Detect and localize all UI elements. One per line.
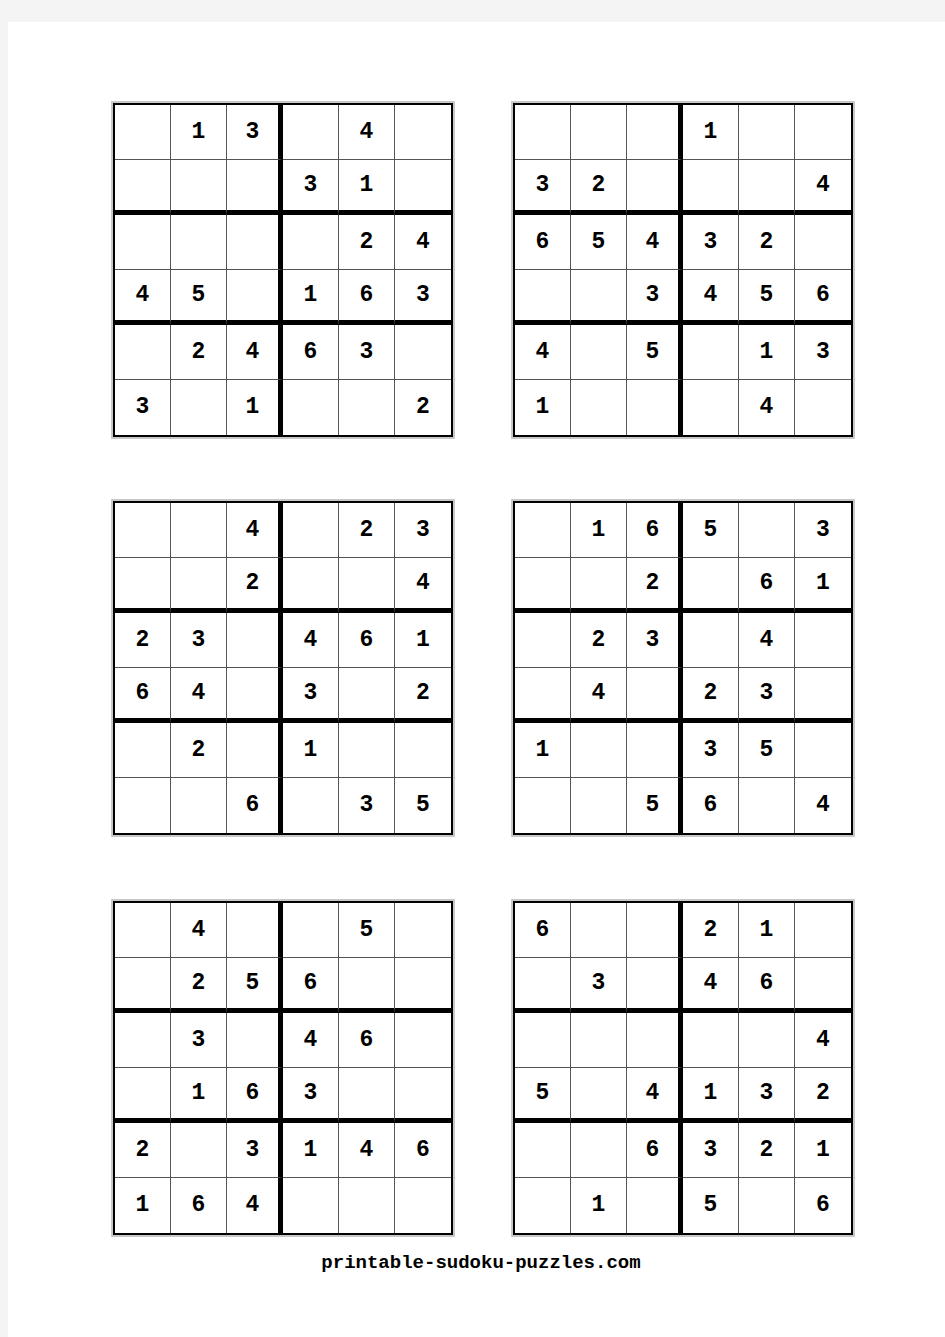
sudoku-cell-r1c2: 1 <box>171 105 227 160</box>
sudoku-cell-r4c3 <box>627 668 683 723</box>
sudoku-cell-r4c6 <box>795 668 851 723</box>
sudoku-cell-r4c5: 5 <box>739 270 795 325</box>
sudoku-cell-r4c6: 2 <box>395 668 451 723</box>
sudoku-cell-r4c4: 2 <box>683 668 739 723</box>
sudoku-cell-r3c3 <box>627 1013 683 1068</box>
sudoku-cell-r2c6 <box>395 160 451 215</box>
sudoku-cell-r2c5 <box>339 958 395 1013</box>
sudoku-cell-r1c6 <box>395 903 451 958</box>
sudoku-cell-r4c2: 5 <box>171 270 227 325</box>
sudoku-cell-r1c3: 4 <box>227 503 283 558</box>
sudoku-cell-r3c1: 2 <box>115 613 171 668</box>
sudoku-cell-r6c6: 2 <box>395 380 451 435</box>
sudoku-cell-r5c2: 2 <box>171 723 227 778</box>
sudoku-cell-r6c4 <box>283 380 339 435</box>
sudoku-board-6: 6213464541326321156 <box>513 901 853 1235</box>
sudoku-cell-r1c5: 1 <box>739 903 795 958</box>
sudoku-cell-r2c6 <box>395 958 451 1013</box>
sudoku-cell-r5c6: 3 <box>795 325 851 380</box>
sudoku-cell-r6c5 <box>739 778 795 833</box>
sudoku-cell-r4c4: 1 <box>283 270 339 325</box>
sudoku-cell-r4c4: 3 <box>283 1068 339 1123</box>
sudoku-cell-r1c2: 4 <box>171 903 227 958</box>
sudoku-cell-r5c6 <box>395 325 451 380</box>
sudoku-cell-r6c2 <box>171 778 227 833</box>
sudoku-cell-r4c6: 6 <box>795 270 851 325</box>
sudoku-cell-r2c3: 2 <box>227 558 283 613</box>
sudoku-cell-r2c3 <box>627 160 683 215</box>
sudoku-cell-r5c6: 6 <box>395 1123 451 1178</box>
sudoku-cell-r4c1: 4 <box>115 270 171 325</box>
sudoku-board-3: 4232423461643221635 <box>113 501 453 835</box>
sudoku-cell-r1c4: 2 <box>683 903 739 958</box>
sudoku-cell-r4c2 <box>571 1068 627 1123</box>
sudoku-cell-r4c5 <box>339 668 395 723</box>
sudoku-cell-r6c2: 1 <box>571 1178 627 1233</box>
sudoku-cell-r4c3: 4 <box>627 1068 683 1123</box>
sudoku-cell-r6c2 <box>571 778 627 833</box>
sudoku-cell-r5c1 <box>115 325 171 380</box>
sudoku-cell-r3c2: 3 <box>171 1013 227 1068</box>
sudoku-cell-r3c3: 3 <box>627 613 683 668</box>
sudoku-cell-r6c4 <box>283 778 339 833</box>
sudoku-cell-r6c6 <box>795 380 851 435</box>
sudoku-cell-r5c2 <box>171 1123 227 1178</box>
sudoku-cell-r5c1: 2 <box>115 1123 171 1178</box>
sudoku-cell-r6c1 <box>115 778 171 833</box>
sudoku-cell-r5c6 <box>795 723 851 778</box>
sudoku-cell-r6c2 <box>571 380 627 435</box>
sudoku-cell-r3c3 <box>227 215 283 270</box>
sudoku-cell-r1c1 <box>515 503 571 558</box>
sudoku-cell-r6c1: 1 <box>115 1178 171 1233</box>
sudoku-cell-r3c4 <box>683 613 739 668</box>
sudoku-cell-r5c3: 4 <box>227 325 283 380</box>
sudoku-cell-r3c5: 2 <box>339 215 395 270</box>
sudoku-cell-r6c6: 6 <box>795 1178 851 1233</box>
sudoku-cell-r3c1 <box>515 1013 571 1068</box>
sudoku-cell-r2c1 <box>115 558 171 613</box>
sudoku-cell-r3c5: 4 <box>739 613 795 668</box>
sudoku-cell-r4c1: 5 <box>515 1068 571 1123</box>
sudoku-cell-r3c3 <box>227 613 283 668</box>
sudoku-cell-r1c2 <box>571 903 627 958</box>
sudoku-cell-r4c4: 4 <box>683 270 739 325</box>
sudoku-cell-r3c2: 3 <box>171 613 227 668</box>
sudoku-cell-r6c4 <box>683 380 739 435</box>
sudoku-cell-r4c6 <box>395 1068 451 1123</box>
sudoku-cell-r2c1 <box>515 558 571 613</box>
sudoku-cell-r6c3: 4 <box>227 1178 283 1233</box>
sudoku-cell-r1c5: 5 <box>339 903 395 958</box>
sudoku-cell-r5c2 <box>571 1123 627 1178</box>
sudoku-cell-r4c5: 3 <box>739 1068 795 1123</box>
sudoku-cell-r2c5 <box>339 558 395 613</box>
sudoku-cell-r1c3 <box>227 903 283 958</box>
sudoku-cell-r2c2: 3 <box>571 958 627 1013</box>
sudoku-cell-r6c1 <box>515 1178 571 1233</box>
sudoku-cell-r3c4: 4 <box>283 1013 339 1068</box>
sudoku-cell-r5c5: 3 <box>339 325 395 380</box>
sudoku-cell-r5c6: 1 <box>795 1123 851 1178</box>
sudoku-cell-r1c3 <box>627 105 683 160</box>
sudoku-cell-r1c2 <box>571 105 627 160</box>
sudoku-cell-r2c4: 6 <box>283 958 339 1013</box>
sudoku-cell-r2c4 <box>683 558 739 613</box>
sudoku-cell-r1c5: 2 <box>339 503 395 558</box>
sudoku-cell-r5c5: 1 <box>739 325 795 380</box>
sudoku-cell-r2c1 <box>115 160 171 215</box>
sudoku-cell-r1c1 <box>115 105 171 160</box>
sudoku-cell-r6c3: 5 <box>627 778 683 833</box>
sudoku-cell-r4c6: 3 <box>395 270 451 325</box>
sudoku-cell-r2c1 <box>515 958 571 1013</box>
sudoku-cell-r1c6: 3 <box>395 503 451 558</box>
sudoku-cell-r5c3 <box>227 723 283 778</box>
sudoku-cell-r2c4: 4 <box>683 958 739 1013</box>
sudoku-cell-r6c5 <box>739 1178 795 1233</box>
sudoku-cell-r4c5: 3 <box>739 668 795 723</box>
sudoku-cell-r2c4 <box>683 160 739 215</box>
sudoku-cell-r3c4 <box>683 1013 739 1068</box>
sudoku-cell-r5c1: 4 <box>515 325 571 380</box>
sudoku-cell-r2c4 <box>283 558 339 613</box>
sudoku-cell-r5c3: 6 <box>627 1123 683 1178</box>
sudoku-board-4: 1653261234423135564 <box>513 501 853 835</box>
sudoku-cell-r2c6: 4 <box>395 558 451 613</box>
sudoku-cell-r6c3: 1 <box>227 380 283 435</box>
sudoku-cell-r5c4: 6 <box>283 325 339 380</box>
sudoku-cell-r2c1: 3 <box>515 160 571 215</box>
sudoku-cell-r2c5: 1 <box>339 160 395 215</box>
sudoku-cell-r3c6 <box>795 613 851 668</box>
sudoku-cell-r1c2: 1 <box>571 503 627 558</box>
sudoku-cell-r2c5 <box>739 160 795 215</box>
sudoku-cell-r1c5 <box>739 105 795 160</box>
sudoku-cell-r2c3 <box>227 160 283 215</box>
sudoku-cell-r3c1 <box>115 215 171 270</box>
sudoku-cell-r6c5: 4 <box>739 380 795 435</box>
sudoku-cell-r3c2 <box>571 1013 627 1068</box>
sudoku-cell-r2c2: 2 <box>571 160 627 215</box>
sudoku-cell-r5c4: 3 <box>683 723 739 778</box>
sudoku-cell-r6c6: 4 <box>795 778 851 833</box>
sudoku-cell-r1c3 <box>627 903 683 958</box>
sudoku-cell-r2c1 <box>115 958 171 1013</box>
sudoku-cell-r3c4: 3 <box>683 215 739 270</box>
sudoku-cell-r1c4 <box>283 503 339 558</box>
sudoku-cell-r5c3: 3 <box>227 1123 283 1178</box>
sudoku-cell-r1c1 <box>115 503 171 558</box>
sudoku-cell-r4c2: 4 <box>571 668 627 723</box>
sudoku-cell-r1c6 <box>395 105 451 160</box>
sudoku-cell-r2c3: 5 <box>227 958 283 1013</box>
site-watermark: printable-sudoku-puzzles.com <box>113 1252 849 1274</box>
sudoku-cell-r1c1 <box>515 105 571 160</box>
sudoku-cell-r6c5 <box>339 380 395 435</box>
sudoku-cell-r1c5: 4 <box>339 105 395 160</box>
sudoku-cell-r6c4: 5 <box>683 1178 739 1233</box>
sudoku-cell-r1c6 <box>795 903 851 958</box>
sudoku-cell-r6c2: 6 <box>171 1178 227 1233</box>
printable-sudoku-sheet: { "game": "sudoku", "variant": "6x6 with… <box>0 0 945 1337</box>
sudoku-cell-r2c5: 6 <box>739 558 795 613</box>
sudoku-board-5: 4525634616323146164 <box>113 901 453 1235</box>
sudoku-cell-r3c5: 6 <box>339 1013 395 1068</box>
sudoku-cell-r4c5: 6 <box>339 270 395 325</box>
sudoku-cell-r6c5: 3 <box>339 778 395 833</box>
sudoku-cell-r5c4 <box>683 325 739 380</box>
sudoku-cell-r4c4: 1 <box>683 1068 739 1123</box>
sudoku-cell-r2c5: 6 <box>739 958 795 1013</box>
sudoku-cell-r5c4: 3 <box>683 1123 739 1178</box>
sudoku-cell-r4c3: 3 <box>627 270 683 325</box>
sudoku-cell-r4c2: 4 <box>171 668 227 723</box>
sudoku-cell-r1c3: 6 <box>627 503 683 558</box>
sudoku-cell-r3c4 <box>283 215 339 270</box>
sudoku-cell-r2c6: 1 <box>795 558 851 613</box>
sudoku-cell-r6c3: 6 <box>227 778 283 833</box>
sudoku-cell-r2c3 <box>627 958 683 1013</box>
sudoku-cell-r6c4: 6 <box>683 778 739 833</box>
sudoku-cell-r2c6 <box>795 958 851 1013</box>
sudoku-cell-r5c5: 2 <box>739 1123 795 1178</box>
sudoku-cell-r6c3 <box>627 1178 683 1233</box>
sudoku-cell-r2c2 <box>571 558 627 613</box>
sudoku-cell-r3c4: 4 <box>283 613 339 668</box>
sudoku-cell-r2c2: 2 <box>171 958 227 1013</box>
sudoku-cell-r6c1: 1 <box>515 380 571 435</box>
sudoku-cell-r3c1 <box>115 1013 171 1068</box>
sudoku-cell-r3c2: 5 <box>571 215 627 270</box>
sudoku-cell-r5c3: 5 <box>627 325 683 380</box>
sudoku-cell-r1c6: 3 <box>795 503 851 558</box>
sudoku-cell-r5c1: 1 <box>515 723 571 778</box>
sudoku-cell-r6c1 <box>515 778 571 833</box>
sudoku-cell-r1c4: 5 <box>683 503 739 558</box>
sudoku-cell-r3c6 <box>395 1013 451 1068</box>
sudoku-cell-r3c3: 4 <box>627 215 683 270</box>
sudoku-cell-r3c5: 2 <box>739 215 795 270</box>
sudoku-cell-r4c1 <box>515 668 571 723</box>
sudoku-cell-r1c1 <box>115 903 171 958</box>
sudoku-cell-r3c3 <box>227 1013 283 1068</box>
sudoku-cell-r3c2 <box>171 215 227 270</box>
sudoku-cell-r4c2 <box>571 270 627 325</box>
sudoku-cell-r2c2 <box>171 558 227 613</box>
sudoku-cell-r5c2 <box>571 325 627 380</box>
sudoku-cell-r1c5 <box>739 503 795 558</box>
sudoku-cell-r4c1 <box>115 1068 171 1123</box>
sudoku-cell-r6c5 <box>339 1178 395 1233</box>
sudoku-board-2: 1324654323456451314 <box>513 103 853 437</box>
sudoku-cell-r5c3 <box>627 723 683 778</box>
sudoku-cell-r3c2: 2 <box>571 613 627 668</box>
sudoku-cell-r6c4 <box>283 1178 339 1233</box>
paper-page: 1343124451632463312 1324654323456451314 … <box>8 22 945 1337</box>
sudoku-cell-r3c5: 6 <box>339 613 395 668</box>
sudoku-cell-r2c3: 2 <box>627 558 683 613</box>
sudoku-cell-r5c2: 2 <box>171 325 227 380</box>
sudoku-cell-r5c5: 4 <box>339 1123 395 1178</box>
sudoku-cell-r5c5: 5 <box>739 723 795 778</box>
sudoku-cell-r5c6 <box>395 723 451 778</box>
sudoku-cell-r5c1 <box>515 1123 571 1178</box>
sudoku-cell-r6c1: 3 <box>115 380 171 435</box>
sudoku-cell-r3c1: 6 <box>515 215 571 270</box>
sudoku-cell-r1c2 <box>171 503 227 558</box>
sudoku-cell-r3c6: 4 <box>395 215 451 270</box>
sudoku-cell-r6c3 <box>627 380 683 435</box>
sudoku-cell-r6c2 <box>171 380 227 435</box>
sudoku-cell-r4c1: 6 <box>115 668 171 723</box>
sudoku-cell-r4c2: 1 <box>171 1068 227 1123</box>
sudoku-cell-r2c6: 4 <box>795 160 851 215</box>
sudoku-cell-r4c4: 3 <box>283 668 339 723</box>
sudoku-cell-r4c3 <box>227 668 283 723</box>
sudoku-cell-r3c5 <box>739 1013 795 1068</box>
sudoku-cell-r4c3: 6 <box>227 1068 283 1123</box>
sudoku-cell-r6c6 <box>395 1178 451 1233</box>
sudoku-cell-r2c2 <box>171 160 227 215</box>
sudoku-board-1: 1343124451632463312 <box>113 103 453 437</box>
sudoku-cell-r1c3: 3 <box>227 105 283 160</box>
sudoku-cell-r5c2 <box>571 723 627 778</box>
sudoku-cell-r4c1 <box>515 270 571 325</box>
sudoku-cell-r1c4: 1 <box>683 105 739 160</box>
sudoku-cell-r1c4 <box>283 105 339 160</box>
sudoku-cell-r5c4: 1 <box>283 1123 339 1178</box>
sudoku-cell-r1c6 <box>795 105 851 160</box>
sudoku-cell-r5c5 <box>339 723 395 778</box>
sudoku-cell-r6c6: 5 <box>395 778 451 833</box>
sudoku-cell-r3c6: 4 <box>795 1013 851 1068</box>
sudoku-cell-r2c4: 3 <box>283 160 339 215</box>
sudoku-cell-r1c4 <box>283 903 339 958</box>
sudoku-cell-r4c6: 2 <box>795 1068 851 1123</box>
sudoku-cell-r4c3 <box>227 270 283 325</box>
sudoku-cell-r1c1: 6 <box>515 903 571 958</box>
sudoku-cell-r3c6 <box>795 215 851 270</box>
sudoku-cell-r5c1 <box>115 723 171 778</box>
sudoku-cell-r5c4: 1 <box>283 723 339 778</box>
sudoku-cell-r3c6: 1 <box>395 613 451 668</box>
sudoku-cell-r3c1 <box>515 613 571 668</box>
sudoku-cell-r4c5 <box>339 1068 395 1123</box>
